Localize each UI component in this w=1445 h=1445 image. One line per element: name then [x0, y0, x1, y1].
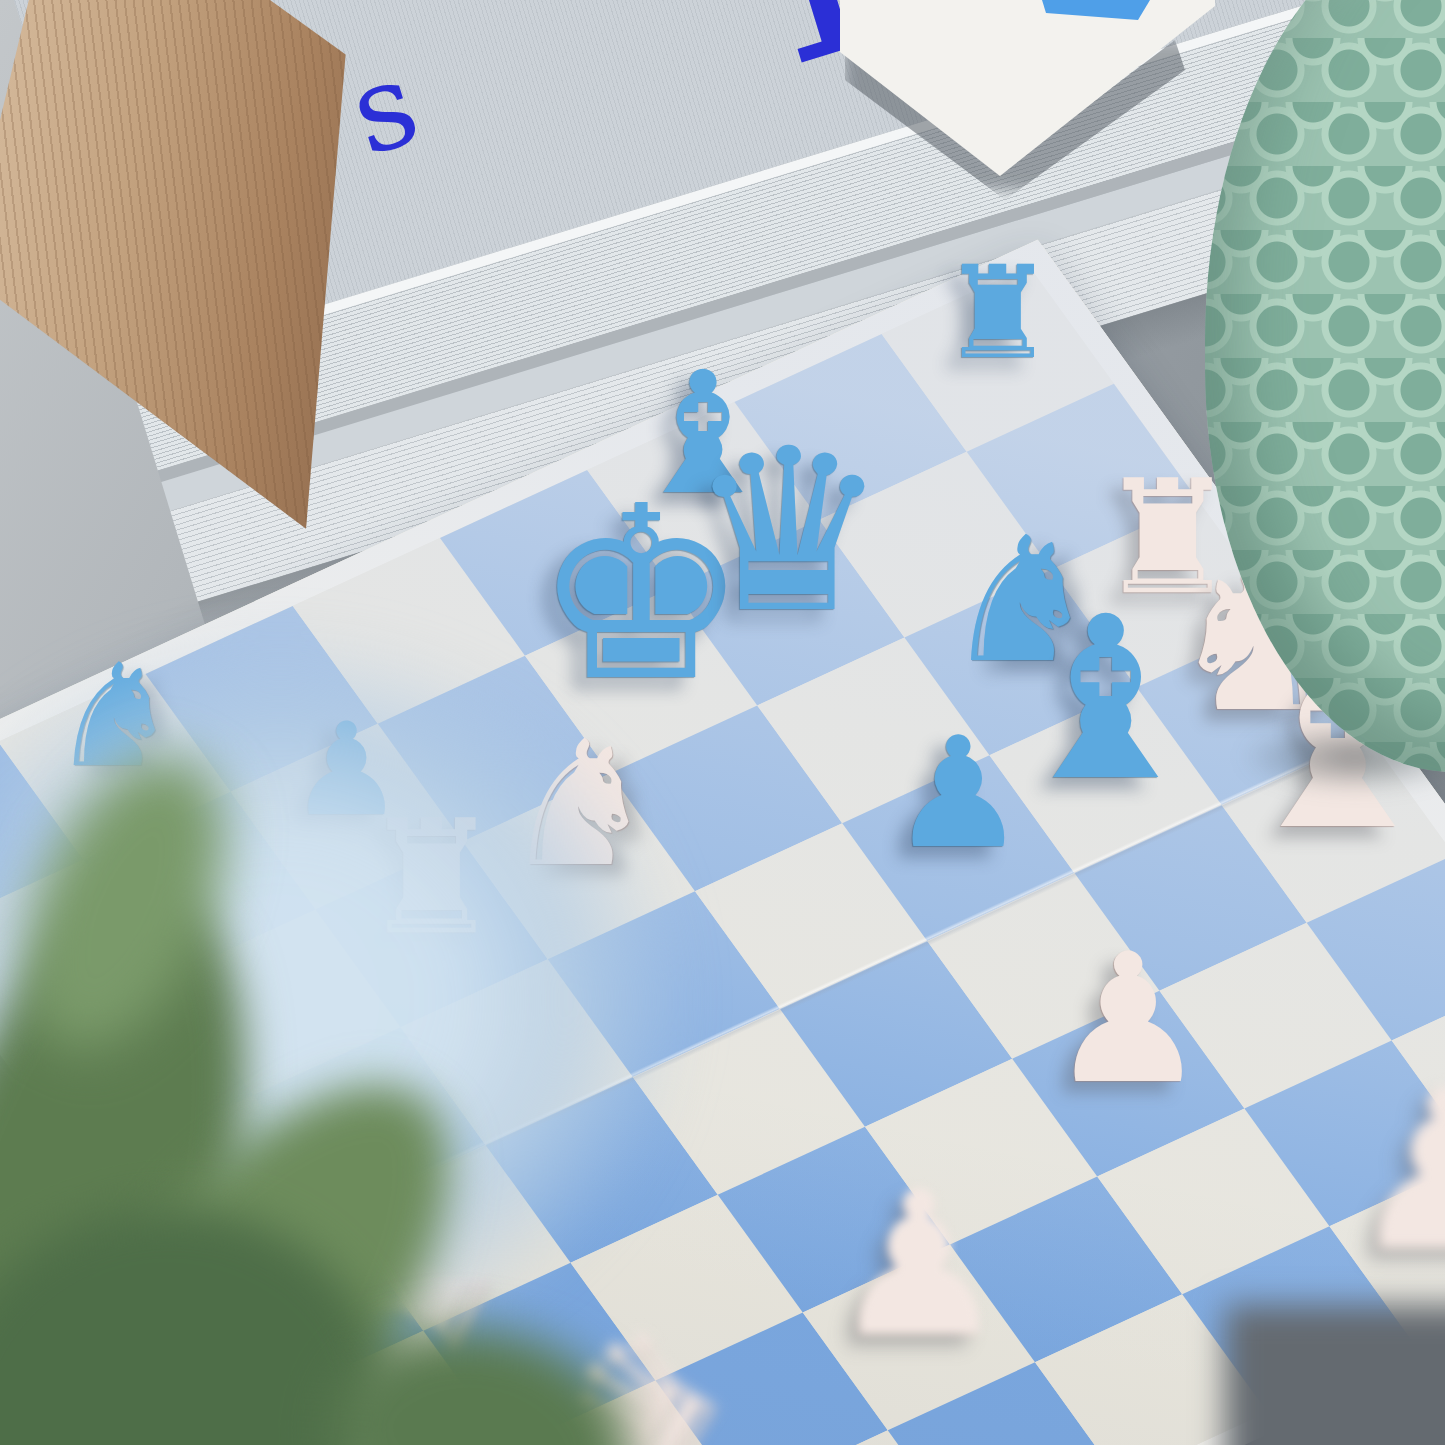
blue-knight[interactable]: ♞	[51, 645, 178, 787]
blue-queen[interactable]: ♛	[687, 419, 889, 644]
white-rook[interactable]: ♜	[361, 799, 502, 956]
white-knight[interactable]: ♞	[501, 718, 656, 891]
table-dark-corner	[1225, 1305, 1445, 1445]
white-pawn[interactable]: ♟	[829, 1165, 1008, 1365]
scene: I s ♞♝♜♟♚♛♜♞♞♜♟♝♞♝♟♟♟ ♟♜♛	[0, 0, 1445, 1445]
white-pawn[interactable]: ♟	[1048, 930, 1208, 1109]
blue-rook[interactable]: ♜	[940, 249, 1055, 377]
white-pawn[interactable]: ♟	[1346, 1061, 1445, 1282]
